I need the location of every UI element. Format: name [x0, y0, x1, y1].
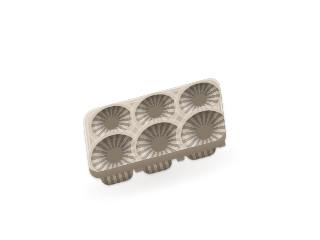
product-photo — [40, 16, 270, 240]
